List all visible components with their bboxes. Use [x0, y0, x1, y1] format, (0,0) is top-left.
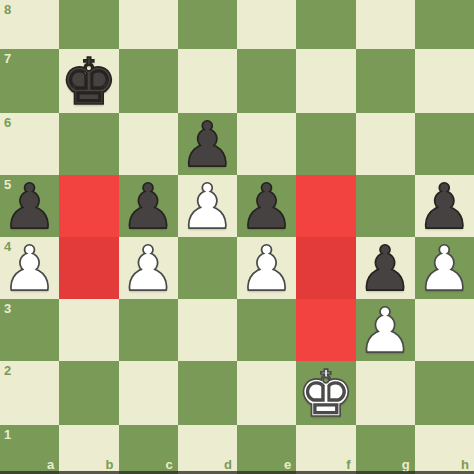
rank-label-6: 6: [4, 116, 11, 129]
black-pawn-icon: ♟: [120, 176, 176, 238]
square-a6[interactable]: 6: [0, 113, 59, 175]
rank-label-2: 2: [4, 364, 11, 377]
square-e6[interactable]: [237, 113, 296, 175]
square-c4[interactable]: ♟: [119, 237, 178, 299]
square-d5[interactable]: ♟: [178, 175, 237, 237]
square-a8[interactable]: 8: [0, 0, 59, 49]
square-h3[interactable]: [415, 299, 474, 361]
square-b1[interactable]: b: [59, 425, 118, 474]
square-f8[interactable]: [296, 0, 355, 49]
file-label-d: d: [224, 458, 232, 471]
rank-label-8: 8: [4, 3, 11, 16]
square-f3[interactable]: [296, 299, 355, 361]
square-b2[interactable]: [59, 361, 118, 425]
square-b4[interactable]: [59, 237, 118, 299]
square-c8[interactable]: [119, 0, 178, 49]
black-pawn-icon: ♟: [417, 176, 473, 238]
square-g5[interactable]: [356, 175, 415, 237]
square-h8[interactable]: [415, 0, 474, 49]
square-g6[interactable]: [356, 113, 415, 175]
chess-board: 87♚6♟5♟♟♟♟♟4♟♟♟♟♟3♟2♚1abcdefgh: [0, 0, 474, 474]
white-pawn-icon: ♟: [357, 300, 413, 362]
square-c1[interactable]: c: [119, 425, 178, 474]
file-label-f: f: [346, 458, 350, 471]
square-h6[interactable]: [415, 113, 474, 175]
square-e1[interactable]: e: [237, 425, 296, 474]
black-king-icon: ♚: [60, 50, 117, 114]
black-pawn-icon: ♟: [239, 176, 295, 238]
file-label-a: a: [47, 458, 54, 471]
square-b5[interactable]: [59, 175, 118, 237]
square-e2[interactable]: [237, 361, 296, 425]
rank-label-5: 5: [4, 178, 11, 191]
square-g2[interactable]: [356, 361, 415, 425]
square-c6[interactable]: [119, 113, 178, 175]
square-f1[interactable]: f: [296, 425, 355, 474]
square-d1[interactable]: d: [178, 425, 237, 474]
white-pawn-icon: ♟: [417, 238, 473, 300]
square-f2[interactable]: ♚: [296, 361, 355, 425]
square-g8[interactable]: [356, 0, 415, 49]
white-king-icon: ♚: [297, 362, 354, 426]
square-h5[interactable]: ♟: [415, 175, 474, 237]
square-d4[interactable]: [178, 237, 237, 299]
square-h7[interactable]: [415, 49, 474, 113]
square-e3[interactable]: [237, 299, 296, 361]
square-b6[interactable]: [59, 113, 118, 175]
square-a5[interactable]: 5♟: [0, 175, 59, 237]
square-e8[interactable]: [237, 0, 296, 49]
square-f6[interactable]: [296, 113, 355, 175]
square-b3[interactable]: [59, 299, 118, 361]
square-a4[interactable]: 4♟: [0, 237, 59, 299]
square-h1[interactable]: h: [415, 425, 474, 474]
white-pawn-icon: ♟: [239, 238, 295, 300]
square-d6[interactable]: ♟: [178, 113, 237, 175]
file-label-g: g: [402, 458, 410, 471]
square-a2[interactable]: 2: [0, 361, 59, 425]
square-e7[interactable]: [237, 49, 296, 113]
square-c3[interactable]: [119, 299, 178, 361]
square-b8[interactable]: [59, 0, 118, 49]
square-g1[interactable]: g: [356, 425, 415, 474]
file-label-e: e: [284, 458, 291, 471]
black-pawn-icon: ♟: [180, 114, 236, 176]
board-area: 87♚6♟5♟♟♟♟♟4♟♟♟♟♟3♟2♚1abcdefgh: [0, 0, 474, 474]
square-f4[interactable]: [296, 237, 355, 299]
rank-label-3: 3: [4, 302, 11, 315]
square-a7[interactable]: 7: [0, 49, 59, 113]
square-c2[interactable]: [119, 361, 178, 425]
square-c5[interactable]: ♟: [119, 175, 178, 237]
square-h4[interactable]: ♟: [415, 237, 474, 299]
file-label-b: b: [106, 458, 114, 471]
square-e4[interactable]: ♟: [237, 237, 296, 299]
square-g7[interactable]: [356, 49, 415, 113]
white-pawn-icon: ♟: [180, 176, 236, 238]
file-label-h: h: [461, 458, 469, 471]
square-b7[interactable]: ♚: [59, 49, 118, 113]
rank-label-7: 7: [4, 52, 11, 65]
square-e5[interactable]: ♟: [237, 175, 296, 237]
square-g4[interactable]: ♟: [356, 237, 415, 299]
square-f7[interactable]: [296, 49, 355, 113]
rank-label-4: 4: [4, 240, 11, 253]
black-pawn-icon: ♟: [357, 238, 413, 300]
square-c7[interactable]: [119, 49, 178, 113]
square-g3[interactable]: ♟: [356, 299, 415, 361]
square-d2[interactable]: [178, 361, 237, 425]
square-d3[interactable]: [178, 299, 237, 361]
white-pawn-icon: ♟: [120, 238, 176, 300]
square-d8[interactable]: [178, 0, 237, 49]
square-a1[interactable]: 1a: [0, 425, 59, 474]
rank-label-1: 1: [4, 428, 11, 441]
square-a3[interactable]: 3: [0, 299, 59, 361]
square-f5[interactable]: [296, 175, 355, 237]
square-h2[interactable]: [415, 361, 474, 425]
file-label-c: c: [166, 458, 173, 471]
square-d7[interactable]: [178, 49, 237, 113]
